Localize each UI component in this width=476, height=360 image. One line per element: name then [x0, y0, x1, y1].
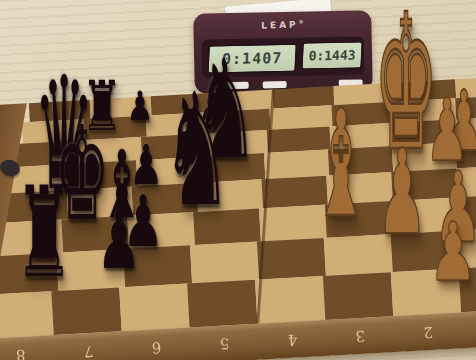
square-b6 — [123, 245, 192, 287]
clock-right-display: 0:1443 — [301, 41, 362, 69]
rank-label-3: 3 — [355, 327, 366, 346]
square-g1 — [455, 95, 476, 119]
square-a2 — [391, 268, 461, 316]
square-e4 — [264, 150, 329, 180]
square-h1 — [455, 76, 476, 98]
square-c6 — [127, 212, 195, 249]
rank-label-2: 2 — [423, 323, 434, 342]
square-a7 — [51, 287, 121, 335]
square-b7 — [56, 249, 125, 291]
square-d7 — [67, 187, 134, 220]
square-b1 — [458, 227, 476, 269]
square-e2 — [392, 142, 457, 172]
square-a8 — [0, 291, 54, 339]
square-d3 — [326, 172, 393, 205]
square-e3 — [328, 146, 393, 176]
clock-button — [225, 82, 249, 90]
square-e7 — [72, 160, 137, 190]
square-c8 — [0, 220, 63, 257]
square-a5 — [187, 280, 257, 328]
square-f1 — [455, 116, 476, 142]
square-d5 — [197, 179, 264, 212]
square-c3 — [325, 201, 393, 238]
square-d1 — [456, 165, 476, 198]
square-d8 — [2, 190, 69, 223]
board-squares — [0, 74, 476, 338]
clock-button — [263, 81, 287, 89]
square-b5 — [190, 242, 259, 284]
square-c1 — [457, 194, 476, 231]
square-c4 — [259, 205, 327, 242]
square-e6 — [136, 157, 201, 187]
chess-board: abc 8765432 — [0, 74, 476, 360]
rank-label-6: 6 — [151, 338, 162, 357]
square-d2 — [391, 168, 458, 201]
clock-brand-label: LEAP® — [193, 17, 371, 32]
square-b2 — [391, 230, 460, 272]
square-a1 — [459, 265, 476, 313]
square-c5 — [193, 208, 261, 245]
square-a6 — [119, 284, 189, 332]
rank-label-5: 5 — [219, 334, 230, 353]
rank-label-8: 8 — [16, 346, 27, 360]
clock-left-display: 0:1407 — [207, 44, 296, 74]
square-b3 — [324, 234, 393, 276]
square-d6 — [132, 183, 199, 216]
square-c2 — [391, 197, 459, 234]
square-a3 — [323, 272, 393, 320]
square-e5 — [200, 153, 265, 183]
square-d4 — [261, 176, 328, 209]
square-b4 — [257, 238, 326, 280]
square-c7 — [61, 216, 129, 253]
square-b8 — [0, 253, 58, 295]
clock-display-bezel: 0:1407 0:1443 — [202, 36, 365, 77]
square-e1 — [456, 139, 476, 169]
rank-label-7: 7 — [83, 342, 94, 360]
rank-label-4: 4 — [287, 331, 298, 350]
chess-clock: LEAP® 0:1407 0:1443 — [193, 10, 373, 94]
square-a4 — [255, 276, 325, 324]
registered-trademark-icon: ® — [299, 19, 304, 25]
